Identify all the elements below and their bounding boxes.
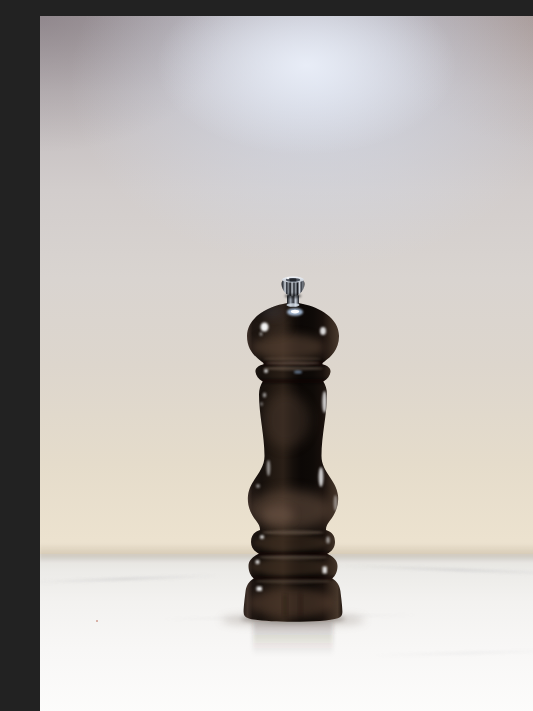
product-photo: [40, 16, 533, 711]
pepper-mill: [40, 16, 533, 711]
chrome-finial-knob: [282, 277, 305, 307]
